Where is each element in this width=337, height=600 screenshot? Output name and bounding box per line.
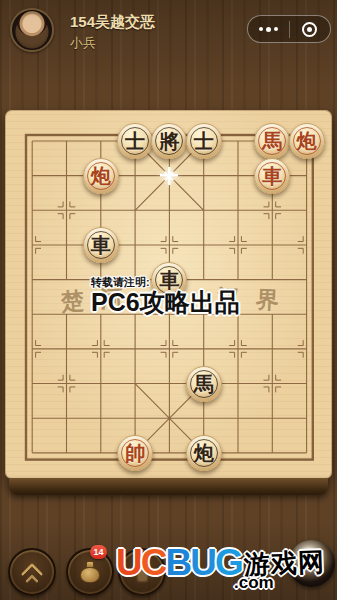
- piece-black-士[interactable]: 士: [117, 123, 153, 159]
- piece-glyph: 炮: [297, 131, 317, 151]
- more-button[interactable]: [248, 16, 289, 42]
- top-bar: 154吴越交恶 小兵: [0, 0, 337, 62]
- piece-glyph: 帥: [125, 443, 145, 463]
- hint-count-badge: 14: [90, 545, 107, 559]
- piece-glyph: 馬: [194, 374, 214, 394]
- piece-glyph: 車: [262, 166, 282, 186]
- piece-glyph: 將: [159, 131, 179, 151]
- expand-button[interactable]: [8, 548, 56, 596]
- more-dots-icon: [259, 27, 278, 32]
- xiangqi-board[interactable]: 楚河 汉界 士將士馬炮炮車車車馬帥炮: [5, 110, 332, 479]
- piece-glyph: 士: [194, 131, 214, 151]
- piece-black-馬[interactable]: 馬: [186, 366, 222, 402]
- bottom-bar: 14: [0, 538, 337, 600]
- piece-red-炮[interactable]: 炮: [289, 123, 325, 159]
- piece-glyph: 車: [159, 270, 179, 290]
- piece-glyph: 炮: [194, 443, 214, 463]
- piece-red-炮[interactable]: 炮: [83, 158, 119, 194]
- board-grid[interactable]: 士將士馬炮炮車車車馬帥炮: [15, 124, 324, 470]
- piece-glyph: 車: [91, 235, 111, 255]
- piece-red-帥[interactable]: 帥: [117, 435, 153, 471]
- piece-black-車[interactable]: 車: [83, 227, 119, 263]
- chevron-up-icon: [24, 559, 40, 586]
- piece-black-士[interactable]: 士: [186, 123, 222, 159]
- money-bag-icon: [78, 561, 102, 583]
- app-screen: 154吴越交恶 小兵 楚河 汉界 士將士馬炮炮車車車馬帥炮 转载请注明: PC6…: [0, 0, 337, 600]
- scroll-button[interactable]: [118, 548, 166, 596]
- piece-glyph: 馬: [262, 131, 282, 151]
- piece-black-將[interactable]: 將: [151, 123, 187, 159]
- level-title: 154吴越交恶: [70, 13, 155, 32]
- piece-black-車[interactable]: 車: [151, 262, 187, 298]
- exit-circle-icon: [302, 22, 317, 37]
- player-avatar[interactable]: [10, 8, 54, 52]
- piece-glyph: 炮: [91, 166, 111, 186]
- piece-red-馬[interactable]: 馬: [254, 123, 290, 159]
- board-front-edge: [9, 478, 328, 495]
- scroll-icon: [138, 564, 147, 581]
- close-button[interactable]: [290, 16, 331, 42]
- highlight-sparkle-icon: [160, 167, 178, 185]
- player-rank-label: 小兵: [70, 34, 96, 52]
- miniprogram-capsule: [247, 15, 331, 43]
- piece-glyph: 士: [125, 131, 145, 151]
- hint-bag-button[interactable]: 14: [66, 548, 114, 596]
- piece-black-炮[interactable]: 炮: [186, 435, 222, 471]
- sphere-button[interactable]: [288, 540, 335, 587]
- piece-red-車[interactable]: 車: [254, 158, 290, 194]
